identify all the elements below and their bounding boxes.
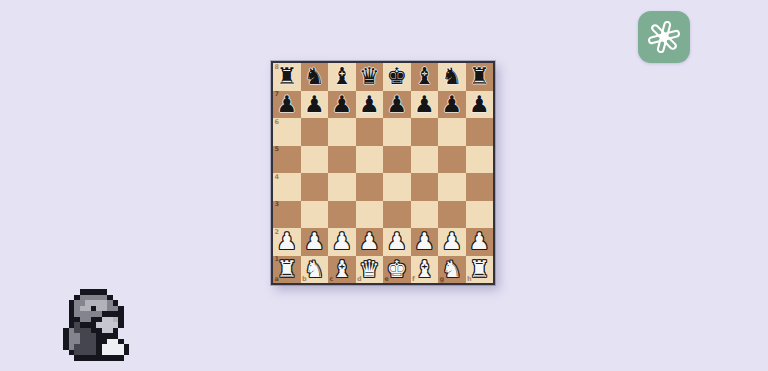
white-knight: ♞ (301, 256, 329, 284)
file-label-d: d (357, 276, 362, 283)
square-b1[interactable]: b♞ (301, 256, 329, 284)
rank-label-2: 2 (275, 229, 280, 236)
white-pawn: ♟ (438, 228, 466, 256)
white-bishop: ♝ (411, 256, 439, 284)
file-label-c: c (330, 276, 334, 283)
square-e3[interactable] (383, 201, 411, 229)
square-b6[interactable] (301, 118, 329, 146)
openai-logo-badge (638, 11, 690, 63)
black-pawn: ♟ (438, 91, 466, 119)
black-knight: ♞ (301, 63, 329, 91)
white-pawn: ♟ (301, 228, 329, 256)
black-knight: ♞ (438, 63, 466, 91)
square-h2[interactable]: ♟ (466, 228, 494, 256)
white-pawn: ♟ (383, 228, 411, 256)
square-g2[interactable]: ♟ (438, 228, 466, 256)
square-f5[interactable] (411, 146, 439, 174)
square-b8[interactable]: ♞ (301, 63, 329, 91)
square-h4[interactable] (466, 173, 494, 201)
white-pawn: ♟ (328, 228, 356, 256)
white-pawn: ♟ (356, 228, 384, 256)
chess-board-grid: 8♜♞♝♛♚♝♞♜7♟♟♟♟♟♟♟♟65432♟♟♟♟♟♟♟♟1a♜b♞c♝d♛… (273, 63, 493, 283)
square-d6[interactable] (356, 118, 384, 146)
square-b5[interactable] (301, 146, 329, 174)
square-g5[interactable] (438, 146, 466, 174)
square-e7[interactable]: ♟ (383, 91, 411, 119)
square-a5[interactable]: 5 (273, 146, 301, 174)
rank-label-7: 7 (275, 91, 280, 98)
black-bishop: ♝ (411, 63, 439, 91)
black-pawn: ♟ (301, 91, 329, 119)
square-c5[interactable] (328, 146, 356, 174)
square-h3[interactable] (466, 201, 494, 229)
square-d3[interactable] (356, 201, 384, 229)
square-b7[interactable]: ♟ (301, 91, 329, 119)
square-e5[interactable] (383, 146, 411, 174)
square-e8[interactable]: ♚ (383, 63, 411, 91)
square-a6[interactable]: 6 (273, 118, 301, 146)
square-c4[interactable] (328, 173, 356, 201)
white-rook: ♜ (466, 256, 494, 284)
square-a4[interactable]: 4 (273, 173, 301, 201)
rank-label-1: 1 (275, 256, 280, 263)
white-queen: ♛ (356, 256, 384, 284)
square-d1[interactable]: d♛ (356, 256, 384, 284)
square-h5[interactable] (466, 146, 494, 174)
file-label-h: h (467, 276, 472, 283)
square-g6[interactable] (438, 118, 466, 146)
black-pawn: ♟ (328, 91, 356, 119)
square-a1[interactable]: 1a♜ (273, 256, 301, 284)
square-c8[interactable]: ♝ (328, 63, 356, 91)
white-rook: ♜ (273, 256, 301, 284)
square-g3[interactable] (438, 201, 466, 229)
file-label-e: e (385, 276, 389, 283)
square-h8[interactable]: ♜ (466, 63, 494, 91)
black-pawn: ♟ (466, 91, 494, 119)
pixel-trainer-sprite (63, 289, 140, 361)
black-pawn: ♟ (356, 91, 384, 119)
black-rook: ♜ (273, 63, 301, 91)
square-b2[interactable]: ♟ (301, 228, 329, 256)
black-pawn: ♟ (273, 91, 301, 119)
black-pawn: ♟ (411, 91, 439, 119)
square-d2[interactable]: ♟ (356, 228, 384, 256)
rank-label-3: 3 (275, 201, 280, 208)
square-h6[interactable] (466, 118, 494, 146)
openai-knot-icon (645, 18, 683, 56)
square-f7[interactable]: ♟ (411, 91, 439, 119)
rank-label-4: 4 (275, 174, 280, 181)
black-rook: ♜ (466, 63, 494, 91)
white-knight: ♞ (438, 256, 466, 284)
square-b4[interactable] (301, 173, 329, 201)
square-g1[interactable]: g♞ (438, 256, 466, 284)
square-d5[interactable] (356, 146, 384, 174)
black-king: ♚ (383, 63, 411, 91)
rank-label-8: 8 (275, 64, 280, 71)
square-e6[interactable] (383, 118, 411, 146)
square-f8[interactable]: ♝ (411, 63, 439, 91)
white-king: ♚ (383, 256, 411, 284)
square-c6[interactable] (328, 118, 356, 146)
square-d4[interactable] (356, 173, 384, 201)
square-c7[interactable]: ♟ (328, 91, 356, 119)
square-g4[interactable] (438, 173, 466, 201)
square-c3[interactable] (328, 201, 356, 229)
square-e4[interactable] (383, 173, 411, 201)
file-label-a: a (275, 276, 279, 283)
black-bishop: ♝ (328, 63, 356, 91)
white-pawn: ♟ (466, 228, 494, 256)
file-label-g: g (440, 276, 445, 283)
square-a8[interactable]: 8♜ (273, 63, 301, 91)
square-h7[interactable]: ♟ (466, 91, 494, 119)
square-g8[interactable]: ♞ (438, 63, 466, 91)
square-b3[interactable] (301, 201, 329, 229)
square-d7[interactable]: ♟ (356, 91, 384, 119)
file-label-b: b (302, 276, 307, 283)
black-pawn: ♟ (383, 91, 411, 119)
file-label-f: f (412, 276, 415, 283)
rank-label-5: 5 (275, 146, 280, 153)
square-c2[interactable]: ♟ (328, 228, 356, 256)
square-h1[interactable]: h♜ (466, 256, 494, 284)
square-f6[interactable] (411, 118, 439, 146)
square-f4[interactable] (411, 173, 439, 201)
white-pawn: ♟ (273, 228, 301, 256)
square-f2[interactable]: ♟ (411, 228, 439, 256)
square-a7[interactable]: 7♟ (273, 91, 301, 119)
square-c1[interactable]: c♝ (328, 256, 356, 284)
square-a2[interactable]: 2♟ (273, 228, 301, 256)
white-pawn: ♟ (411, 228, 439, 256)
square-g7[interactable]: ♟ (438, 91, 466, 119)
black-queen: ♛ (356, 63, 384, 91)
square-f3[interactable] (411, 201, 439, 229)
rank-label-6: 6 (275, 119, 280, 126)
white-bishop: ♝ (328, 256, 356, 284)
square-a3[interactable]: 3 (273, 201, 301, 229)
square-e1[interactable]: e♚ (383, 256, 411, 284)
square-e2[interactable]: ♟ (383, 228, 411, 256)
square-d8[interactable]: ♛ (356, 63, 384, 91)
square-f1[interactable]: f♝ (411, 256, 439, 284)
chess-board: 8♜♞♝♛♚♝♞♜7♟♟♟♟♟♟♟♟65432♟♟♟♟♟♟♟♟1a♜b♞c♝d♛… (271, 61, 495, 285)
